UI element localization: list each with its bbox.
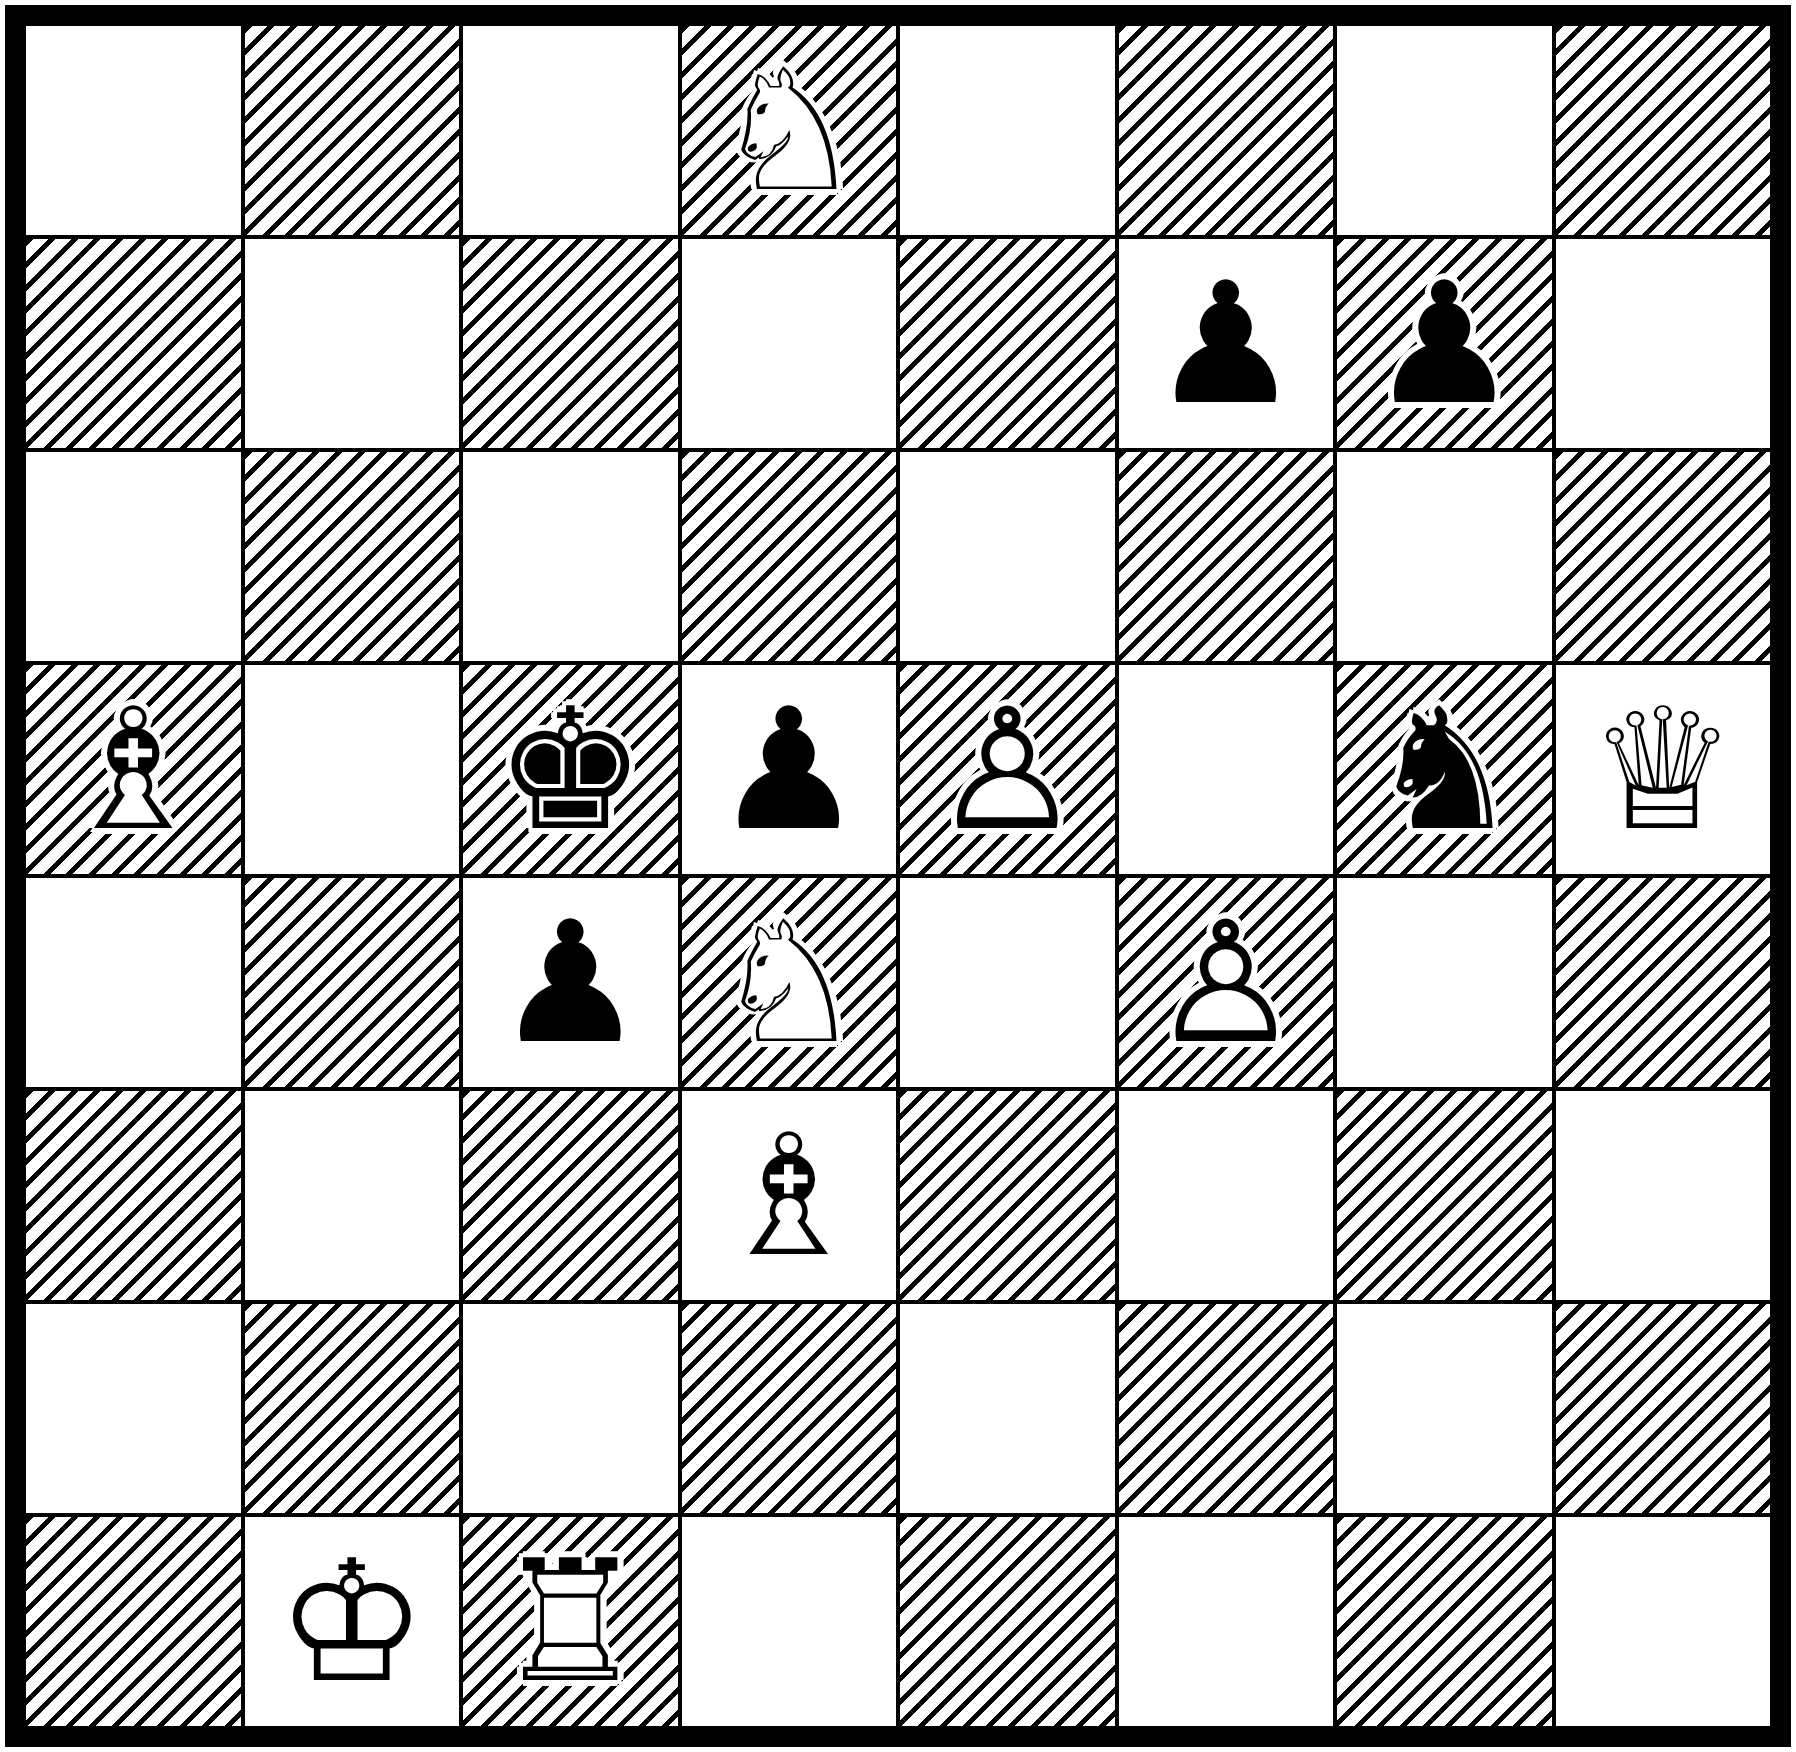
- square-d3[interactable]: ♝♗: [682, 1091, 897, 1300]
- white-knight-icon: ♘: [682, 26, 897, 235]
- square-f5[interactable]: [1119, 665, 1334, 874]
- square-d8[interactable]: ♞♘: [682, 26, 897, 235]
- white-bishop-icon: ♗: [26, 665, 241, 874]
- white-pawn-icon: ♙: [1119, 878, 1334, 1087]
- piece-white-rook[interactable]: ♜♖: [463, 1517, 678, 1726]
- piece-white-knight[interactable]: ♞♘: [682, 26, 897, 235]
- white-queen-icon: ♕: [1556, 665, 1771, 874]
- piece-white-queen[interactable]: ♛♕: [1556, 665, 1771, 874]
- square-f6[interactable]: [1119, 452, 1334, 661]
- piece-white-pawn[interactable]: ♟♙: [1119, 878, 1334, 1087]
- square-a4[interactable]: [26, 878, 241, 1087]
- square-e6[interactable]: [900, 452, 1115, 661]
- square-g3[interactable]: [1337, 1091, 1552, 1300]
- black-pawn-icon: ♟: [1337, 239, 1552, 448]
- piece-white-king[interactable]: ♚♔: [245, 1517, 460, 1726]
- square-b5[interactable]: [245, 665, 460, 874]
- square-a3[interactable]: [26, 1091, 241, 1300]
- page: ♞♘♟♟♟♟♝♗♚♚♟♟♟♙♞♞♛♕♟♟♞♘♟♙♝♗♚♔♜♖: [0, 0, 1796, 1752]
- square-b1[interactable]: ♚♔: [245, 1517, 460, 1726]
- white-king-icon: ♔: [245, 1517, 460, 1726]
- piece-black-pawn[interactable]: ♟♟: [1119, 239, 1334, 448]
- square-h2[interactable]: [1556, 1304, 1771, 1513]
- square-f1[interactable]: [1119, 1517, 1334, 1726]
- square-e2[interactable]: [900, 1304, 1115, 1513]
- black-pawn-icon: ♟: [1119, 239, 1334, 448]
- square-f3[interactable]: [1119, 1091, 1334, 1300]
- piece-black-knight[interactable]: ♞♞: [1337, 665, 1552, 874]
- square-d1[interactable]: [682, 1517, 897, 1726]
- piece-white-bishop[interactable]: ♝♗: [26, 665, 241, 874]
- piece-black-king[interactable]: ♚♚: [463, 665, 678, 874]
- square-b7[interactable]: [245, 239, 460, 448]
- square-d4[interactable]: ♞♘: [682, 878, 897, 1087]
- square-a8[interactable]: [26, 26, 241, 235]
- piece-black-pawn[interactable]: ♟♟: [682, 665, 897, 874]
- square-c7[interactable]: [463, 239, 678, 448]
- square-c2[interactable]: [463, 1304, 678, 1513]
- square-f4[interactable]: ♟♙: [1119, 878, 1334, 1087]
- square-a6[interactable]: [26, 452, 241, 661]
- square-g8[interactable]: [1337, 26, 1552, 235]
- piece-black-pawn[interactable]: ♟♟: [1337, 239, 1552, 448]
- square-c6[interactable]: [463, 452, 678, 661]
- square-h1[interactable]: [1556, 1517, 1771, 1726]
- square-a1[interactable]: [26, 1517, 241, 1726]
- square-b3[interactable]: [245, 1091, 460, 1300]
- square-g5[interactable]: ♞♞: [1337, 665, 1552, 874]
- square-c8[interactable]: [463, 26, 678, 235]
- square-b2[interactable]: [245, 1304, 460, 1513]
- square-g2[interactable]: [1337, 1304, 1552, 1513]
- square-a5[interactable]: ♝♗: [26, 665, 241, 874]
- black-knight-icon: ♞: [1337, 665, 1552, 874]
- square-f2[interactable]: [1119, 1304, 1334, 1513]
- square-h7[interactable]: [1556, 239, 1771, 448]
- black-king-icon: ♚: [463, 665, 678, 874]
- square-e5[interactable]: ♟♙: [900, 665, 1115, 874]
- square-a2[interactable]: [26, 1304, 241, 1513]
- square-c5[interactable]: ♚♚: [463, 665, 678, 874]
- square-g6[interactable]: [1337, 452, 1552, 661]
- square-b4[interactable]: [245, 878, 460, 1087]
- square-f7[interactable]: ♟♟: [1119, 239, 1334, 448]
- square-h5[interactable]: ♛♕: [1556, 665, 1771, 874]
- square-h8[interactable]: [1556, 26, 1771, 235]
- white-pawn-icon: ♙: [900, 665, 1115, 874]
- white-rook-icon: ♖: [463, 1517, 678, 1726]
- piece-white-bishop[interactable]: ♝♗: [682, 1091, 897, 1300]
- square-e1[interactable]: [900, 1517, 1115, 1726]
- square-h6[interactable]: [1556, 452, 1771, 661]
- square-d7[interactable]: [682, 239, 897, 448]
- white-knight-icon: ♘: [682, 878, 897, 1087]
- square-g7[interactable]: ♟♟: [1337, 239, 1552, 448]
- square-d5[interactable]: ♟♟: [682, 665, 897, 874]
- board: ♞♘♟♟♟♟♝♗♚♚♟♟♟♙♞♞♛♕♟♟♞♘♟♙♝♗♚♔♜♖: [26, 26, 1770, 1726]
- piece-white-knight[interactable]: ♞♘: [682, 878, 897, 1087]
- square-d6[interactable]: [682, 452, 897, 661]
- square-c3[interactable]: [463, 1091, 678, 1300]
- square-b8[interactable]: [245, 26, 460, 235]
- square-e4[interactable]: [900, 878, 1115, 1087]
- square-e7[interactable]: [900, 239, 1115, 448]
- square-c1[interactable]: ♜♖: [463, 1517, 678, 1726]
- black-pawn-icon: ♟: [682, 665, 897, 874]
- square-d2[interactable]: [682, 1304, 897, 1513]
- square-e8[interactable]: [900, 26, 1115, 235]
- square-e3[interactable]: [900, 1091, 1115, 1300]
- square-b6[interactable]: [245, 452, 460, 661]
- square-f8[interactable]: [1119, 26, 1334, 235]
- piece-white-pawn[interactable]: ♟♙: [900, 665, 1115, 874]
- black-pawn-icon: ♟: [463, 878, 678, 1087]
- square-h3[interactable]: [1556, 1091, 1771, 1300]
- square-c4[interactable]: ♟♟: [463, 878, 678, 1087]
- piece-black-pawn[interactable]: ♟♟: [463, 878, 678, 1087]
- white-bishop-icon: ♗: [682, 1091, 897, 1300]
- square-g1[interactable]: [1337, 1517, 1552, 1726]
- square-h4[interactable]: [1556, 878, 1771, 1087]
- board-frame: ♞♘♟♟♟♟♝♗♚♚♟♟♟♙♞♞♛♕♟♟♞♘♟♙♝♗♚♔♜♖: [5, 5, 1791, 1747]
- square-g4[interactable]: [1337, 878, 1552, 1087]
- square-a7[interactable]: [26, 239, 241, 448]
